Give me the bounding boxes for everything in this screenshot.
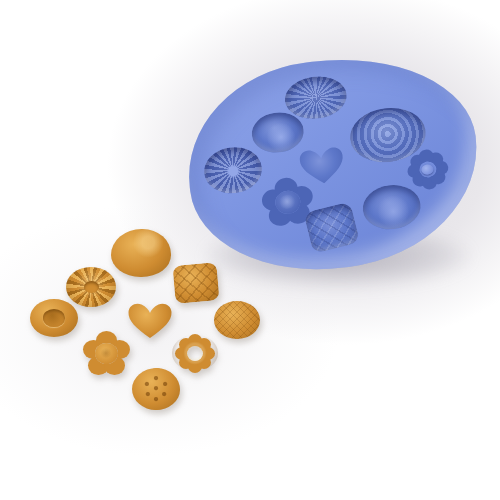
cookie-shape-waffle [214, 301, 260, 339]
cookie-flower-ring [170, 333, 220, 373]
cavity-shape-fluted-swirl [201, 144, 264, 197]
cavity-shape-round [360, 182, 423, 233]
cookie-shape-quilted-square [172, 262, 219, 304]
cookie-thumbprint [30, 299, 78, 337]
cookie-waffle [214, 301, 260, 339]
mold-cavity-quilted-square [305, 204, 358, 252]
cookie-flower [80, 332, 132, 374]
cookie-shape-flower [80, 332, 132, 374]
cookie-shape-heart [127, 301, 173, 339]
cookie-dotted-scallop [129, 365, 177, 407]
cookie-quilted-square [174, 264, 218, 302]
product-photo [0, 0, 500, 500]
cookie-heart [127, 301, 173, 339]
cookie-round-dome [111, 229, 171, 277]
cookie-shape-thumbprint [30, 299, 78, 337]
cookie-shape-round-dome [111, 229, 171, 277]
cookie-shape-dotted-scallop [132, 368, 180, 410]
mold-cavity-round [360, 182, 423, 233]
cookie-shape-flower-ring [170, 333, 220, 373]
mold-cavity-fluted-swirl [201, 144, 264, 197]
cavity-shape-quilted-square [303, 201, 360, 253]
